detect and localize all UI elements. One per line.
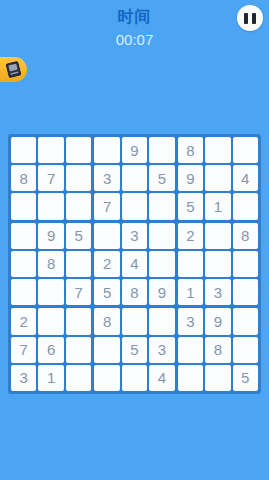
sudoku-cell-r5c3[interactable] <box>66 251 91 277</box>
sudoku-cell-r7c8[interactable]: 9 <box>205 308 230 334</box>
pause-button[interactable] <box>237 5 263 31</box>
sudoku-cell-r4c6[interactable] <box>149 223 174 249</box>
sudoku-cell-r4c8[interactable] <box>205 223 230 249</box>
pause-bar-right <box>252 13 256 24</box>
sudoku-cell-r9c3[interactable] <box>66 365 91 391</box>
pause-bar-left <box>244 13 248 24</box>
sudoku-cell-r9c7[interactable] <box>178 365 203 391</box>
sudoku-block-5: 324589 <box>94 223 174 306</box>
sudoku-cell-r6c9[interactable] <box>233 279 258 305</box>
sudoku-cell-r2c7[interactable]: 9 <box>178 165 203 191</box>
pause-icon <box>244 13 256 24</box>
records-badge-button[interactable] <box>0 57 27 82</box>
sudoku-cell-r6c3[interactable]: 7 <box>66 279 91 305</box>
sudoku-cell-r9c5[interactable] <box>122 365 147 391</box>
header: 时间 00:07 <box>0 0 269 48</box>
sudoku-cell-r3c3[interactable] <box>66 193 91 219</box>
sudoku-cell-r9c9[interactable]: 5 <box>233 365 258 391</box>
sudoku-cell-r4c9[interactable]: 8 <box>233 223 258 249</box>
timer-label: 时间 <box>0 7 269 28</box>
sudoku-cell-r4c2[interactable]: 9 <box>38 223 63 249</box>
sudoku-cell-r9c4[interactable] <box>94 365 119 391</box>
sudoku-cell-r1c6[interactable] <box>149 137 174 163</box>
timer-value: 00:07 <box>0 31 269 48</box>
sudoku-cell-r2c3[interactable] <box>66 165 91 191</box>
sudoku-block-3: 89451 <box>178 137 258 220</box>
sudoku-cell-r5c5[interactable]: 4 <box>122 251 147 277</box>
sudoku-cell-r9c2[interactable]: 1 <box>38 365 63 391</box>
sudoku-cell-r7c9[interactable] <box>233 308 258 334</box>
sudoku-cell-r6c6[interactable]: 9 <box>149 279 174 305</box>
sudoku-cell-r5c6[interactable] <box>149 251 174 277</box>
sudoku-cell-r1c1[interactable] <box>11 137 36 163</box>
sudoku-cell-r3c4[interactable]: 7 <box>94 193 119 219</box>
sudoku-cell-r8c7[interactable] <box>178 337 203 363</box>
sudoku-cell-r7c2[interactable] <box>38 308 63 334</box>
sudoku-block-6: 2813 <box>178 223 258 306</box>
sudoku-cell-r8c5[interactable]: 5 <box>122 337 147 363</box>
sudoku-cell-r4c1[interactable] <box>11 223 36 249</box>
sudoku-board: 87935789451958732458928132763185343985 <box>8 134 261 394</box>
sudoku-cell-r6c7[interactable]: 1 <box>178 279 203 305</box>
sudoku-cell-r7c5[interactable] <box>122 308 147 334</box>
sudoku-cell-r8c6[interactable]: 3 <box>149 337 174 363</box>
sudoku-cell-r6c1[interactable] <box>11 279 36 305</box>
sudoku-cell-r3c8[interactable]: 1 <box>205 193 230 219</box>
sudoku-cell-r9c1[interactable]: 3 <box>11 365 36 391</box>
sudoku-cell-r8c1[interactable]: 7 <box>11 337 36 363</box>
sudoku-cell-r1c8[interactable] <box>205 137 230 163</box>
sudoku-cell-r5c1[interactable] <box>11 251 36 277</box>
sudoku-cell-r7c6[interactable] <box>149 308 174 334</box>
sudoku-cell-r8c8[interactable]: 8 <box>205 337 230 363</box>
sudoku-block-4: 9587 <box>11 223 91 306</box>
sudoku-cell-r2c4[interactable]: 3 <box>94 165 119 191</box>
sudoku-cell-r1c5[interactable]: 9 <box>122 137 147 163</box>
sudoku-cell-r2c1[interactable]: 8 <box>11 165 36 191</box>
sudoku-cell-r3c1[interactable] <box>11 193 36 219</box>
sudoku-cell-r2c2[interactable]: 7 <box>38 165 63 191</box>
sudoku-cell-r4c7[interactable]: 2 <box>178 223 203 249</box>
sudoku-cell-r3c2[interactable] <box>38 193 63 219</box>
sudoku-cell-r6c2[interactable] <box>38 279 63 305</box>
sudoku-cell-r6c5[interactable]: 8 <box>122 279 147 305</box>
sudoku-block-1: 87 <box>11 137 91 220</box>
sudoku-cell-r7c4[interactable]: 8 <box>94 308 119 334</box>
sudoku-cell-r1c9[interactable] <box>233 137 258 163</box>
sudoku-cell-r5c9[interactable] <box>233 251 258 277</box>
sudoku-cell-r1c2[interactable] <box>38 137 63 163</box>
book-icon <box>5 61 21 79</box>
sudoku-block-7: 27631 <box>11 308 91 391</box>
sudoku-cell-r5c4[interactable]: 2 <box>94 251 119 277</box>
sudoku-cell-r5c2[interactable]: 8 <box>38 251 63 277</box>
sudoku-cell-r9c6[interactable]: 4 <box>149 365 174 391</box>
sudoku-app-screen: { "game": "sudoku", "position": "....9.8… <box>0 0 269 480</box>
sudoku-block-9: 3985 <box>178 308 258 391</box>
sudoku-cell-r1c7[interactable]: 8 <box>178 137 203 163</box>
sudoku-cell-r8c4[interactable] <box>94 337 119 363</box>
sudoku-cell-r8c2[interactable]: 6 <box>38 337 63 363</box>
sudoku-cell-r8c9[interactable] <box>233 337 258 363</box>
sudoku-cell-r3c6[interactable] <box>149 193 174 219</box>
sudoku-cell-r2c6[interactable]: 5 <box>149 165 174 191</box>
sudoku-cell-r2c9[interactable]: 4 <box>233 165 258 191</box>
sudoku-cell-r7c1[interactable]: 2 <box>11 308 36 334</box>
sudoku-cell-r6c4[interactable]: 5 <box>94 279 119 305</box>
sudoku-cell-r1c4[interactable] <box>94 137 119 163</box>
sudoku-cell-r5c7[interactable] <box>178 251 203 277</box>
sudoku-cell-r6c8[interactable]: 3 <box>205 279 230 305</box>
sudoku-cell-r2c5[interactable] <box>122 165 147 191</box>
sudoku-cell-r3c9[interactable] <box>233 193 258 219</box>
sudoku-cell-r1c3[interactable] <box>66 137 91 163</box>
sudoku-cell-r4c5[interactable]: 3 <box>122 223 147 249</box>
sudoku-cell-r8c3[interactable] <box>66 337 91 363</box>
sudoku-cell-r2c8[interactable] <box>205 165 230 191</box>
sudoku-cell-r7c7[interactable]: 3 <box>178 308 203 334</box>
sudoku-block-8: 8534 <box>94 308 174 391</box>
sudoku-cell-r3c7[interactable]: 5 <box>178 193 203 219</box>
sudoku-cell-r5c8[interactable] <box>205 251 230 277</box>
sudoku-cell-r4c3[interactable]: 5 <box>66 223 91 249</box>
sudoku-block-2: 9357 <box>94 137 174 220</box>
sudoku-cell-r7c3[interactable] <box>66 308 91 334</box>
sudoku-cell-r4c4[interactable] <box>94 223 119 249</box>
sudoku-cell-r9c8[interactable] <box>205 365 230 391</box>
sudoku-cell-r3c5[interactable] <box>122 193 147 219</box>
